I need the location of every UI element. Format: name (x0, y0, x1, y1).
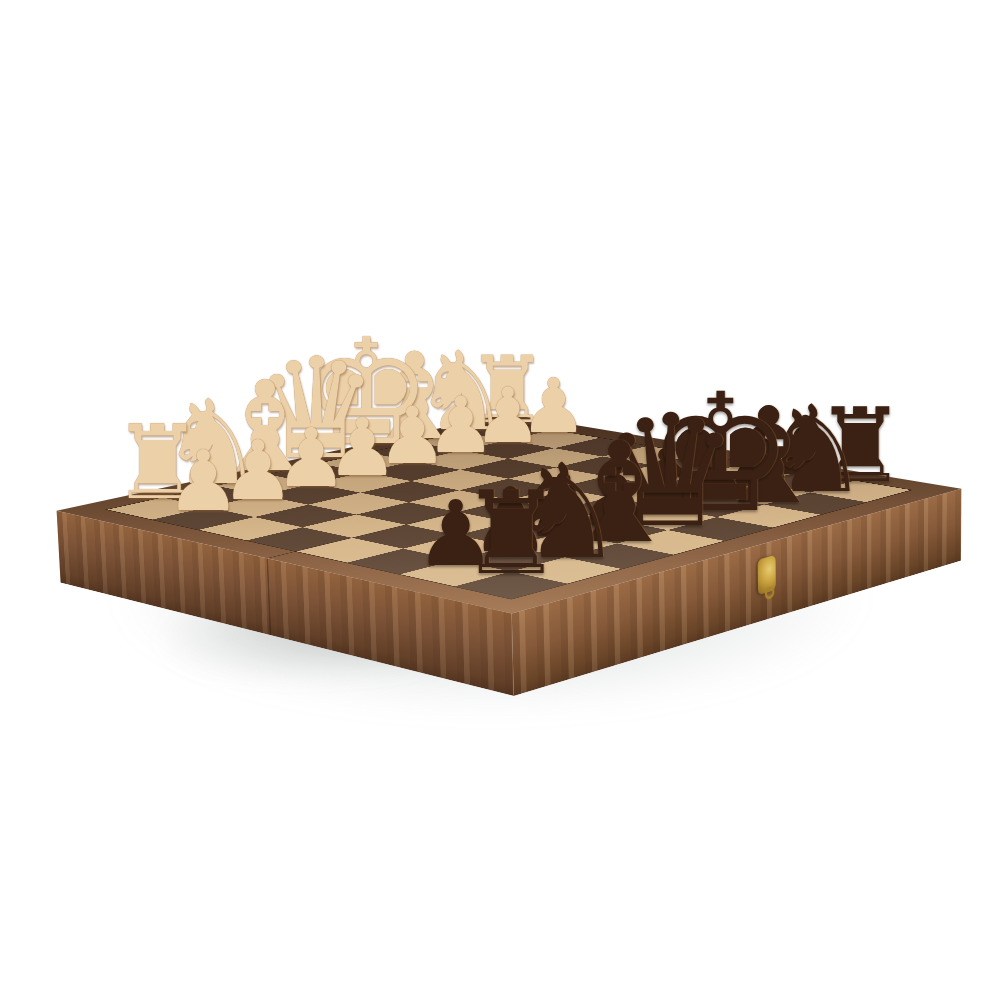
square-b5 (352, 525, 457, 549)
square-c5 (406, 512, 510, 535)
square-d8 (617, 530, 724, 555)
square-a7 (400, 560, 511, 586)
square-e8 (668, 517, 773, 541)
square-f8 (717, 505, 821, 528)
square-a2 (152, 507, 254, 530)
square-a4 (247, 527, 352, 551)
square-c4 (356, 502, 458, 524)
square-c7 (510, 533, 617, 558)
square-e6 (560, 497, 662, 519)
square-a5 (296, 538, 403, 563)
chess-board-3d (57, 414, 962, 614)
product-photo: ♜♞♝♛♚♝♞♜♟♟♟♟♟♟♟♟♟♟♟♟♟♟♟♟♜♞♝♛♚♝♞♜ (0, 0, 1000, 1000)
square-d5 (458, 500, 560, 522)
square-f7 (662, 495, 764, 517)
fold-seam-side (267, 558, 272, 635)
square-b4 (302, 515, 406, 538)
scene (0, 0, 1000, 1000)
square-a6 (347, 549, 456, 575)
square-b7 (456, 546, 565, 571)
square-d7 (562, 520, 667, 544)
square-b3 (254, 505, 356, 528)
square-b8 (511, 557, 622, 583)
brass-clasp-icon (758, 555, 776, 595)
square-b6 (403, 535, 510, 560)
square-c8 (565, 543, 674, 568)
square-a8 (455, 572, 567, 599)
square-c6 (457, 522, 562, 546)
square-g8 (764, 492, 866, 514)
square-e7 (613, 507, 717, 530)
square-a3 (199, 517, 303, 540)
clasp-ring-icon (765, 585, 775, 600)
square-d6 (510, 510, 614, 533)
